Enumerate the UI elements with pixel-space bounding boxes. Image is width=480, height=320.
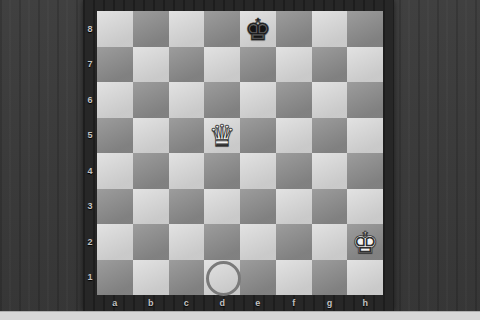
rank-label-2: 2 (83, 224, 97, 260)
file-label-b: b (133, 295, 169, 311)
square-f3[interactable] (276, 189, 312, 225)
square-h4[interactable] (347, 153, 383, 189)
square-f2[interactable] (276, 224, 312, 260)
square-c6[interactable] (169, 82, 205, 118)
rank-label-8: 8 (83, 11, 97, 47)
square-b4[interactable] (133, 153, 169, 189)
square-b3[interactable] (133, 189, 169, 225)
square-b1[interactable] (133, 260, 169, 296)
white-king-piece[interactable]: ♚ (352, 228, 379, 258)
square-h8[interactable] (347, 11, 383, 47)
rank-label-5: 5 (83, 118, 97, 154)
square-f4[interactable] (276, 153, 312, 189)
square-d6[interactable] (204, 82, 240, 118)
square-h1[interactable] (347, 260, 383, 296)
square-h7[interactable] (347, 47, 383, 83)
square-b2[interactable] (133, 224, 169, 260)
square-g2[interactable] (312, 224, 348, 260)
square-a7[interactable] (97, 47, 133, 83)
square-a2[interactable] (97, 224, 133, 260)
square-e1[interactable] (240, 260, 276, 296)
square-f7[interactable] (276, 47, 312, 83)
square-g4[interactable] (312, 153, 348, 189)
rank-labels: 87654321 (83, 11, 97, 295)
square-d7[interactable] (204, 47, 240, 83)
square-c2[interactable] (169, 224, 205, 260)
file-label-d: d (204, 295, 240, 311)
square-a3[interactable] (97, 189, 133, 225)
square-a6[interactable] (97, 82, 133, 118)
square-d4[interactable] (204, 153, 240, 189)
file-label-g: g (312, 295, 348, 311)
square-c7[interactable] (169, 47, 205, 83)
rank-label-4: 4 (83, 153, 97, 189)
file-label-f: f (276, 295, 312, 311)
square-e5[interactable] (240, 118, 276, 154)
white-queen-piece[interactable]: ♛ (209, 121, 236, 151)
square-g6[interactable] (312, 82, 348, 118)
square-f1[interactable] (276, 260, 312, 296)
square-e2[interactable] (240, 224, 276, 260)
square-c5[interactable] (169, 118, 205, 154)
square-f6[interactable] (276, 82, 312, 118)
file-labels: abcdefgh (97, 295, 383, 311)
board-frame: 87654321 abcdefgh ♚♛♚ (83, 0, 394, 311)
chess-board: ♚♛♚ (97, 11, 383, 295)
square-b8[interactable] (133, 11, 169, 47)
square-d3[interactable] (204, 189, 240, 225)
square-d5[interactable]: ♛ (204, 118, 240, 154)
file-label-a: a (97, 295, 133, 311)
square-c1[interactable] (169, 260, 205, 296)
square-g3[interactable] (312, 189, 348, 225)
square-b6[interactable] (133, 82, 169, 118)
square-b7[interactable] (133, 47, 169, 83)
move-hint-circle[interactable] (206, 261, 241, 296)
square-c3[interactable] (169, 189, 205, 225)
square-a5[interactable] (97, 118, 133, 154)
file-label-h: h (347, 295, 383, 311)
square-a1[interactable] (97, 260, 133, 296)
square-e8[interactable]: ♚ (240, 11, 276, 47)
square-e4[interactable] (240, 153, 276, 189)
black-king-piece[interactable]: ♚ (244, 15, 271, 45)
square-c4[interactable] (169, 153, 205, 189)
rank-label-7: 7 (83, 47, 97, 83)
square-h2[interactable]: ♚ (347, 224, 383, 260)
file-label-c: c (169, 295, 205, 311)
square-g7[interactable] (312, 47, 348, 83)
square-a4[interactable] (97, 153, 133, 189)
rank-label-1: 1 (83, 260, 97, 296)
square-g1[interactable] (312, 260, 348, 296)
square-g5[interactable] (312, 118, 348, 154)
page-background: 87654321 abcdefgh ♚♛♚ (0, 0, 480, 320)
page-bottom-strip (0, 311, 480, 320)
square-b5[interactable] (133, 118, 169, 154)
square-h3[interactable] (347, 189, 383, 225)
file-label-e: e (240, 295, 276, 311)
square-d2[interactable] (204, 224, 240, 260)
square-f5[interactable] (276, 118, 312, 154)
square-g8[interactable] (312, 11, 348, 47)
square-d8[interactable] (204, 11, 240, 47)
rank-label-3: 3 (83, 189, 97, 225)
square-h5[interactable] (347, 118, 383, 154)
square-e6[interactable] (240, 82, 276, 118)
square-e3[interactable] (240, 189, 276, 225)
square-f8[interactable] (276, 11, 312, 47)
square-a8[interactable] (97, 11, 133, 47)
square-e7[interactable] (240, 47, 276, 83)
square-d1[interactable] (204, 260, 240, 296)
rank-label-6: 6 (83, 82, 97, 118)
square-c8[interactable] (169, 11, 205, 47)
square-h6[interactable] (347, 82, 383, 118)
